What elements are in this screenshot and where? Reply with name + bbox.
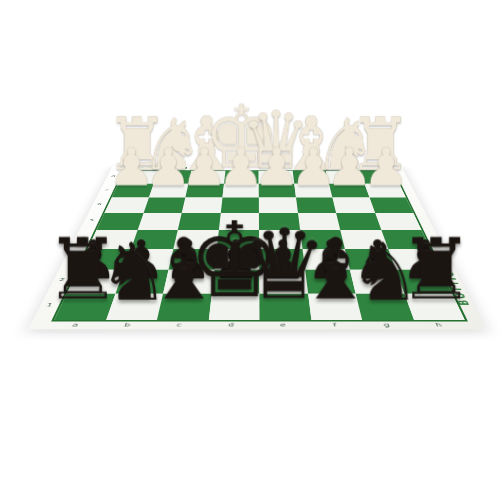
- square: [143, 198, 185, 213]
- square: ♟: [163, 270, 214, 294]
- white-bishop: ♝: [278, 106, 344, 180]
- white-knight: ♞: [140, 110, 203, 180]
- chess-set-photo: BOTTICELLI BOTTICELLI ♜♞♝♚♛♝♞♜♟♟♟♟♟♟♟♟♟♟…: [0, 0, 500, 500]
- square: [375, 213, 422, 230]
- square: ♞: [153, 171, 191, 184]
- white-pawn: ♟: [181, 142, 228, 194]
- rank-label: 3: [69, 256, 76, 260]
- square: ♚: [208, 293, 259, 320]
- square: ♛: [259, 293, 310, 320]
- square: [137, 213, 182, 230]
- white-queen: ♛: [241, 101, 312, 180]
- square: ♟: [305, 270, 356, 294]
- file-label: f: [333, 322, 337, 328]
- square: [78, 249, 131, 270]
- file-label: d: [228, 322, 234, 328]
- square: [123, 249, 173, 270]
- square: ♟: [329, 184, 369, 198]
- white-king: ♚: [203, 94, 280, 180]
- square: [97, 213, 144, 230]
- file-label: h: [435, 322, 443, 328]
- square: ♟: [185, 184, 223, 198]
- square: [388, 249, 441, 270]
- square: ♜: [359, 171, 399, 184]
- square: ♝: [189, 171, 226, 184]
- square: ♝: [292, 171, 329, 184]
- square: ♟: [259, 184, 296, 198]
- checker-grid: ♜♞♝♚♛♝♞♜♟♟♟♟♟♟♟♟♟♟♟♟♟♟♟♟♜♞♝♚♛♝♞♜: [51, 170, 468, 321]
- white-pawn: ♟: [217, 142, 264, 194]
- file-label: a: [71, 322, 79, 328]
- file-label: b: [124, 322, 131, 328]
- square: [259, 198, 298, 213]
- square: [182, 198, 222, 213]
- square: [169, 249, 217, 270]
- square: [345, 249, 395, 270]
- rank-label: 2: [58, 278, 65, 283]
- board-tilt-wrapper: BOTTICELLI BOTTICELLI ♜♞♝♚♛♝♞♜♟♟♟♟♟♟♟♟♟♟…: [28, 166, 486, 330]
- square: [88, 230, 137, 249]
- square: [178, 213, 221, 230]
- square: ♜: [118, 171, 158, 184]
- rank-label: 4: [79, 236, 85, 240]
- rank-label: 1: [45, 302, 53, 307]
- square: ♟: [112, 184, 154, 198]
- square: ♟: [67, 270, 123, 294]
- rank-label: 5: [89, 219, 95, 222]
- square: ♟: [211, 270, 259, 294]
- square: ♚: [224, 171, 259, 184]
- square: [340, 230, 387, 249]
- chessboard-mat: BOTTICELLI BOTTICELLI ♜♞♝♚♛♝♞♜♟♟♟♟♟♟♟♟♟♟…: [28, 166, 486, 330]
- white-rook: ♜: [105, 108, 170, 180]
- square: ♟: [395, 270, 452, 294]
- square: ♟: [259, 270, 307, 294]
- white-knight: ♞: [314, 110, 377, 180]
- square: [336, 213, 381, 230]
- square: [216, 230, 259, 249]
- square: [105, 198, 149, 213]
- square: [218, 213, 259, 230]
- rank-label: 6: [97, 203, 103, 206]
- square: ♟: [350, 270, 404, 294]
- square: [332, 198, 374, 213]
- square: ♟: [222, 184, 259, 198]
- brand-botticelli-top: BOTTICELLI: [117, 166, 187, 169]
- rank-label: 8: [111, 175, 116, 178]
- square: ♟: [115, 270, 169, 294]
- square: [297, 213, 340, 230]
- square: [214, 249, 259, 270]
- square: [259, 249, 304, 270]
- rank-label: 7: [104, 188, 109, 191]
- white-pawn: ♟: [363, 142, 410, 194]
- square: [300, 230, 345, 249]
- square: ♟: [294, 184, 333, 198]
- square: [259, 230, 302, 249]
- file-label: g: [383, 322, 390, 328]
- square: [259, 213, 300, 230]
- square: ♞: [106, 293, 163, 320]
- square: ♝: [157, 293, 211, 320]
- square: ♝: [308, 293, 363, 320]
- square: [381, 230, 431, 249]
- square: ♟: [149, 184, 189, 198]
- square: [302, 249, 350, 270]
- square: ♟: [364, 184, 406, 198]
- square: ♛: [259, 171, 294, 184]
- square: [131, 230, 178, 249]
- white-rook: ♜: [348, 108, 413, 180]
- square: [220, 198, 259, 213]
- square: [173, 230, 218, 249]
- square: ♞: [326, 171, 364, 184]
- square: [369, 198, 413, 213]
- file-label: e: [280, 322, 286, 328]
- file-label: c: [176, 322, 182, 328]
- square: [296, 198, 337, 213]
